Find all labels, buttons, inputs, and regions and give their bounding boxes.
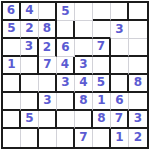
cell-r1c4[interactable]: 5 [57,3,75,21]
given-digit: 3 [43,94,51,106]
given-digit: 3 [79,58,87,70]
cell-r8c2[interactable] [21,129,39,147]
cell-r6c2[interactable] [21,93,39,111]
cell-r4c3[interactable]: 7 [39,57,57,75]
cell-r7c8[interactable]: 3 [129,111,147,129]
cell-r6c8[interactable] [129,93,147,111]
cell-r1c6[interactable] [93,3,111,21]
given-digit: 3 [134,112,142,124]
cell-r8c7[interactable]: 1 [111,129,129,147]
cell-r6c1[interactable] [3,93,21,111]
cell-r4c6[interactable] [93,57,111,75]
given-digit: 4 [61,58,69,70]
cell-r2c6[interactable] [93,21,111,39]
cell-r4c4[interactable]: 4 [57,57,75,75]
cell-r8c4[interactable] [57,129,75,147]
given-digit: 7 [115,112,123,124]
cell-r4c8[interactable] [129,57,147,75]
given-digit: 8 [97,112,105,124]
cell-r7c3[interactable] [39,111,57,129]
cell-r7c5[interactable] [75,111,93,129]
given-digit: 7 [79,131,87,143]
given-digit: 6 [7,4,15,16]
cell-r3c6[interactable]: 7 [93,39,111,57]
given-digit: 2 [25,22,33,34]
given-digit: 2 [43,41,51,53]
cell-r2c2[interactable]: 2 [21,21,39,39]
cell-r4c5[interactable]: 3 [75,57,93,75]
cell-r1c3[interactable] [39,3,57,21]
cell-r1c8[interactable] [129,3,147,21]
given-digit: 3 [115,23,123,35]
cell-r4c7[interactable] [111,57,129,75]
cell-r1c1[interactable]: 6 [3,3,21,21]
cell-r6c4[interactable] [57,93,75,111]
cell-r4c2[interactable] [21,57,39,75]
cell-r1c2[interactable]: 4 [21,3,39,21]
cell-r5c3[interactable] [39,75,57,93]
given-digit: 5 [97,76,105,88]
cell-r5c8[interactable]: 8 [129,75,147,93]
cell-r2c4[interactable] [57,21,75,39]
cell-r5c2[interactable] [21,75,39,93]
cell-r2c7[interactable]: 3 [111,21,129,39]
given-digit: 3 [25,40,33,52]
sudoku-board: 645528332671743345838165873712 [1,1,149,149]
cell-r3c8[interactable] [129,39,147,57]
given-digit: 6 [61,41,69,53]
sudoku-screenshot: 645528332671743345838165873712 [0,0,150,150]
cell-r1c5[interactable] [75,3,93,21]
cell-r3c7[interactable] [111,39,129,57]
given-digit: 5 [25,112,33,124]
cell-r8c5[interactable]: 7 [75,129,93,147]
given-digit: 5 [7,22,15,34]
cell-r3c2[interactable]: 3 [21,39,39,57]
given-digit: 1 [97,94,105,106]
cell-r6c6[interactable]: 1 [93,93,111,111]
cell-r2c3[interactable]: 8 [39,21,57,39]
cell-r5c7[interactable] [111,75,129,93]
cell-r3c1[interactable] [3,39,21,57]
given-digit: 5 [61,5,69,17]
cell-r7c1[interactable] [3,111,21,129]
given-digit: 6 [115,94,123,106]
given-digit: 7 [97,40,105,52]
given-digit: 3 [61,76,69,88]
cell-r6c5[interactable]: 8 [75,93,93,111]
cell-r3c5[interactable] [75,39,93,57]
cell-r2c5[interactable] [75,21,93,39]
cell-r7c7[interactable]: 7 [111,111,129,129]
cell-r4c1[interactable]: 1 [3,57,21,75]
given-digit: 1 [115,131,123,143]
given-digit: 7 [43,58,51,70]
cell-r3c4[interactable]: 6 [57,39,75,57]
cell-r1c7[interactable] [111,3,129,21]
cell-r5c6[interactable]: 5 [93,75,111,93]
cell-r6c7[interactable]: 6 [111,93,129,111]
cell-r5c1[interactable] [3,75,21,93]
cell-r3c3[interactable]: 2 [39,39,57,57]
cell-r7c4[interactable] [57,111,75,129]
given-digit: 4 [25,4,33,16]
given-digit: 2 [134,131,142,143]
cell-r8c6[interactable] [93,129,111,147]
given-digit: 8 [134,76,142,88]
cell-r5c4[interactable]: 3 [57,75,75,93]
cell-r7c6[interactable]: 8 [93,111,111,129]
given-digit: 4 [79,76,87,88]
cell-r8c1[interactable] [3,129,21,147]
cell-r7c2[interactable]: 5 [21,111,39,129]
cell-r8c8[interactable]: 2 [129,129,147,147]
cell-r2c8[interactable] [129,21,147,39]
cell-r5c5[interactable]: 4 [75,75,93,93]
cell-r8c3[interactable] [39,129,57,147]
given-digit: 1 [7,58,15,70]
cell-r2c1[interactable]: 5 [3,21,21,39]
cell-r6c3[interactable]: 3 [39,93,57,111]
given-digit: 8 [79,94,87,106]
given-digit: 8 [43,22,51,34]
